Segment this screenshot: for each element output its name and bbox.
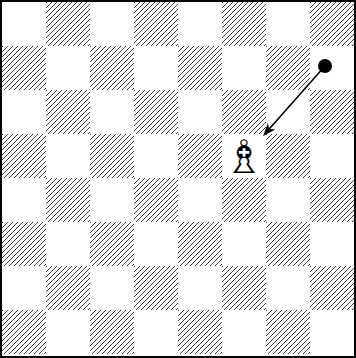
square-h7[interactable]: [310, 46, 354, 90]
square-g1[interactable]: [266, 310, 310, 354]
square-e8[interactable]: [178, 2, 222, 46]
square-a6[interactable]: [2, 90, 46, 134]
square-e6[interactable]: [178, 90, 222, 134]
square-d1[interactable]: [134, 310, 178, 354]
square-e7[interactable]: [178, 46, 222, 90]
square-g7[interactable]: [266, 46, 310, 90]
square-b1[interactable]: [46, 310, 90, 354]
square-a4[interactable]: [2, 178, 46, 222]
square-b2[interactable]: [46, 266, 90, 310]
square-g2[interactable]: [266, 266, 310, 310]
square-d2[interactable]: [134, 266, 178, 310]
square-d6[interactable]: [134, 90, 178, 134]
square-a1[interactable]: [2, 310, 46, 354]
square-g8[interactable]: [266, 2, 310, 46]
square-e5[interactable]: [178, 134, 222, 178]
square-h6[interactable]: [310, 90, 354, 134]
square-a7[interactable]: [2, 46, 46, 90]
square-c6[interactable]: [90, 90, 134, 134]
square-f4[interactable]: [222, 178, 266, 222]
square-f6[interactable]: [222, 90, 266, 134]
square-c3[interactable]: [90, 222, 134, 266]
square-g6[interactable]: [266, 90, 310, 134]
square-e3[interactable]: [178, 222, 222, 266]
square-h1[interactable]: [310, 310, 354, 354]
square-g4[interactable]: [266, 178, 310, 222]
square-f7[interactable]: [222, 46, 266, 90]
square-c4[interactable]: [90, 178, 134, 222]
square-c2[interactable]: [90, 266, 134, 310]
square-e4[interactable]: [178, 178, 222, 222]
square-f3[interactable]: [222, 222, 266, 266]
square-a5[interactable]: [2, 134, 46, 178]
square-a2[interactable]: [2, 266, 46, 310]
chess-board: ♗: [2, 2, 354, 354]
square-d3[interactable]: [134, 222, 178, 266]
square-b8[interactable]: [46, 2, 90, 46]
square-b3[interactable]: [46, 222, 90, 266]
square-d4[interactable]: [134, 178, 178, 222]
square-h5[interactable]: [310, 134, 354, 178]
square-c7[interactable]: [90, 46, 134, 90]
square-d5[interactable]: [134, 134, 178, 178]
square-c1[interactable]: [90, 310, 134, 354]
chess-diagram: ♗: [0, 0, 356, 358]
square-f2[interactable]: [222, 266, 266, 310]
square-b4[interactable]: [46, 178, 90, 222]
square-c5[interactable]: [90, 134, 134, 178]
square-f1[interactable]: [222, 310, 266, 354]
square-d7[interactable]: [134, 46, 178, 90]
square-a8[interactable]: [2, 2, 46, 46]
square-h4[interactable]: [310, 178, 354, 222]
square-f5[interactable]: ♗: [222, 134, 266, 178]
square-e2[interactable]: [178, 266, 222, 310]
square-h2[interactable]: [310, 266, 354, 310]
square-c8[interactable]: [90, 2, 134, 46]
square-f8[interactable]: [222, 2, 266, 46]
square-e1[interactable]: [178, 310, 222, 354]
square-a3[interactable]: [2, 222, 46, 266]
square-g5[interactable]: [266, 134, 310, 178]
white-bishop-piece[interactable]: ♗: [223, 135, 264, 179]
square-b5[interactable]: [46, 134, 90, 178]
square-b7[interactable]: [46, 46, 90, 90]
square-h8[interactable]: [310, 2, 354, 46]
square-h3[interactable]: [310, 222, 354, 266]
square-d8[interactable]: [134, 2, 178, 46]
square-b6[interactable]: [46, 90, 90, 134]
square-g3[interactable]: [266, 222, 310, 266]
